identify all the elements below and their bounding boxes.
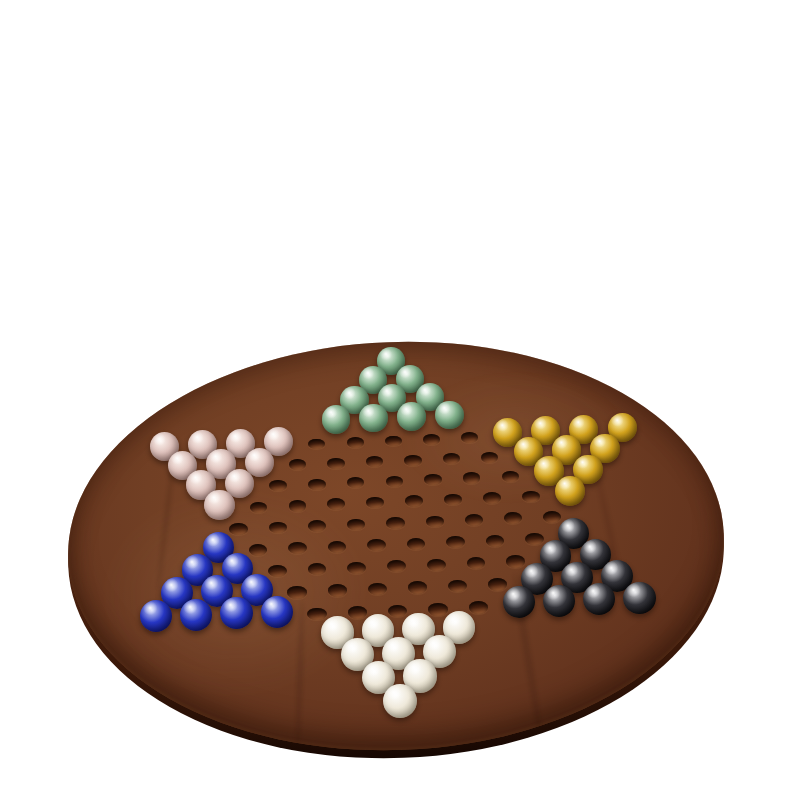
hole-r13-c4[interactable]	[307, 608, 326, 621]
hole-r11-c6[interactable]	[427, 559, 446, 571]
hole-r12-c7[interactable]	[448, 580, 467, 593]
hole-r9-c6[interactable]	[465, 514, 483, 526]
marble-black-r13-c11[interactable]	[583, 583, 615, 615]
hole-r11-c5[interactable]	[387, 560, 406, 572]
hole-r7-c8[interactable]	[502, 471, 520, 482]
hole-r12-c8[interactable]	[488, 578, 507, 591]
hole-r8-c1[interactable]	[250, 502, 268, 514]
hole-r9-c7[interactable]	[504, 512, 522, 524]
hole-r8-c3[interactable]	[327, 498, 345, 510]
hole-r6-c4[interactable]	[327, 458, 344, 469]
hole-r10-c4[interactable]	[367, 539, 386, 551]
marble-jade-green-r4-c1[interactable]	[359, 404, 388, 433]
hole-r10-c7[interactable]	[486, 535, 505, 547]
hole-r11-c3[interactable]	[308, 563, 327, 575]
hole-r9-c5[interactable]	[426, 516, 444, 528]
hole-r11-c2[interactable]	[268, 565, 287, 577]
marble-cobalt-blue-r13-c3[interactable]	[261, 596, 293, 628]
hole-r8-c8[interactable]	[522, 491, 540, 503]
hole-r5-c7[interactable]	[423, 434, 440, 445]
hole-r5-c5[interactable]	[347, 437, 364, 448]
hole-r11-c8[interactable]	[506, 555, 525, 567]
hole-r5-c4[interactable]	[308, 439, 325, 450]
hole-r13-c7[interactable]	[428, 603, 447, 616]
product-photo-scene	[0, 0, 800, 800]
hole-r7-c5[interactable]	[386, 476, 404, 487]
hole-r9-c8[interactable]	[543, 511, 561, 523]
hole-r5-c6[interactable]	[385, 436, 402, 447]
hole-r9-c0[interactable]	[229, 523, 247, 535]
hole-r7-c6[interactable]	[424, 474, 442, 485]
hole-r11-c7[interactable]	[467, 557, 486, 569]
hole-r9-c3[interactable]	[347, 519, 365, 531]
hole-r6-c7[interactable]	[443, 453, 460, 464]
marble-jade-green-r4-c0[interactable]	[322, 405, 351, 434]
hole-r13-c5[interactable]	[348, 606, 367, 619]
hole-r13-c6[interactable]	[388, 605, 407, 618]
hole-r12-c6[interactable]	[408, 581, 427, 594]
marble-black-r13-c12[interactable]	[623, 582, 655, 614]
hole-r10-c5[interactable]	[407, 538, 426, 550]
hole-r8-c7[interactable]	[483, 492, 501, 504]
hole-r11-c4[interactable]	[347, 562, 366, 574]
hole-r9-c1[interactable]	[269, 522, 287, 534]
marble-ivory-white-r17-c0[interactable]	[383, 684, 417, 718]
marble-jade-green-r4-c3[interactable]	[435, 401, 464, 430]
hole-r12-c5[interactable]	[368, 583, 387, 596]
hole-r12-c3[interactable]	[287, 586, 306, 599]
hole-r8-c6[interactable]	[444, 494, 462, 506]
hole-r8-c4[interactable]	[366, 497, 384, 509]
hole-r6-c3[interactable]	[289, 459, 306, 470]
hole-r6-c8[interactable]	[481, 452, 498, 463]
marble-black-r13-c9[interactable]	[503, 586, 535, 618]
marble-mustard-yellow-r8-c9[interactable]	[555, 476, 585, 506]
marble-black-r13-c10[interactable]	[543, 585, 575, 617]
hole-r9-c4[interactable]	[386, 517, 404, 529]
hole-r10-c2[interactable]	[288, 542, 307, 554]
hole-r10-c8[interactable]	[525, 533, 544, 545]
hole-r6-c6[interactable]	[404, 455, 421, 466]
hole-r7-c3[interactable]	[308, 479, 326, 490]
marble-cobalt-blue-r13-c2[interactable]	[220, 597, 252, 629]
marble-cobalt-blue-r13-c1[interactable]	[180, 599, 212, 631]
hole-r10-c1[interactable]	[249, 544, 268, 556]
hole-r6-c5[interactable]	[366, 456, 383, 467]
marble-jade-green-r4-c2[interactable]	[397, 402, 426, 431]
hole-r13-c8[interactable]	[469, 601, 488, 614]
hole-r10-c3[interactable]	[328, 541, 347, 553]
hole-r9-c2[interactable]	[308, 520, 326, 532]
hole-r7-c2[interactable]	[269, 480, 287, 491]
hole-r7-c7[interactable]	[463, 472, 481, 483]
hole-r10-c6[interactable]	[446, 536, 465, 548]
hole-r12-c4[interactable]	[328, 584, 347, 597]
marble-pearl-pink-r8-c0[interactable]	[204, 490, 234, 520]
marble-cobalt-blue-r13-c0[interactable]	[140, 600, 172, 632]
hole-r8-c5[interactable]	[405, 495, 423, 507]
board-cells-layer	[0, 0, 800, 800]
hole-r8-c2[interactable]	[289, 500, 307, 512]
hole-r7-c4[interactable]	[347, 477, 365, 488]
hole-r5-c8[interactable]	[461, 432, 478, 443]
